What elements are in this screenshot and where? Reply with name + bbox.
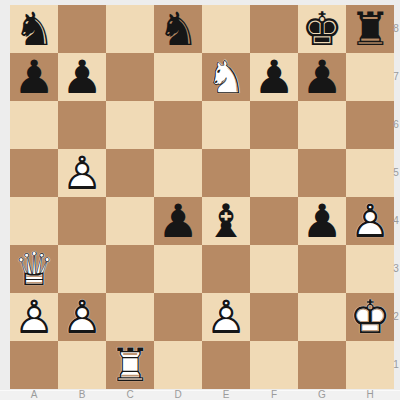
square-b4[interactable] [58, 197, 106, 245]
white-pawn-outline: ♙ [58, 293, 106, 341]
piece-black-bishop[interactable]: ♝ [202, 197, 250, 245]
square-h2[interactable]: ♚♔ [346, 293, 394, 341]
piece-black-pawn[interactable]: ♟ [154, 197, 202, 245]
piece-black-pawn[interactable]: ♟ [298, 53, 346, 101]
square-a7[interactable]: ♟ [10, 53, 58, 101]
square-f6[interactable] [250, 101, 298, 149]
square-f4[interactable] [250, 197, 298, 245]
piece-black-knight[interactable]: ♞ [154, 5, 202, 53]
white-pawn-outline: ♙ [58, 149, 106, 197]
black-pawn-glyph: ♟ [58, 53, 106, 101]
square-f2[interactable] [250, 293, 298, 341]
piece-black-pawn[interactable]: ♟ [298, 197, 346, 245]
piece-black-pawn[interactable]: ♟ [10, 53, 58, 101]
square-f1[interactable] [250, 341, 298, 389]
square-c8[interactable] [106, 5, 154, 53]
rank-label-2: 2 [392, 293, 400, 341]
square-h7[interactable] [346, 53, 394, 101]
square-h1[interactable] [346, 341, 394, 389]
square-e5[interactable] [202, 149, 250, 197]
piece-white-pawn[interactable]: ♟♙ [58, 293, 106, 341]
square-e6[interactable] [202, 101, 250, 149]
square-b8[interactable] [58, 5, 106, 53]
square-g2[interactable] [298, 293, 346, 341]
file-label-c: C [106, 388, 154, 400]
piece-white-knight[interactable]: ♞♘ [202, 53, 250, 101]
square-g6[interactable] [298, 101, 346, 149]
black-bishop-glyph: ♝ [202, 197, 250, 245]
chess-board: ♞♞♚♜♟♟♞♘♟♟♟♙♟♝♟♟♙♛♕♟♙♟♙♟♙♚♔♜♖ [10, 5, 394, 389]
black-pawn-glyph: ♟ [10, 53, 58, 101]
square-f5[interactable] [250, 149, 298, 197]
piece-white-queen[interactable]: ♛♕ [10, 245, 58, 293]
rank-label-7: 7 [392, 53, 400, 101]
piece-black-knight[interactable]: ♞ [10, 5, 58, 53]
square-h4[interactable]: ♟♙ [346, 197, 394, 245]
white-rook-outline: ♖ [106, 341, 154, 389]
square-d7[interactable] [154, 53, 202, 101]
square-h6[interactable] [346, 101, 394, 149]
square-c6[interactable] [106, 101, 154, 149]
square-g8[interactable]: ♚ [298, 5, 346, 53]
square-e1[interactable] [202, 341, 250, 389]
square-h8[interactable]: ♜ [346, 5, 394, 53]
piece-white-pawn[interactable]: ♟♙ [10, 293, 58, 341]
black-knight-glyph: ♞ [154, 5, 202, 53]
white-pawn-outline: ♙ [346, 197, 394, 245]
rank-labels: 87654321 [392, 5, 400, 389]
rank-label-1: 1 [392, 341, 400, 389]
black-pawn-glyph: ♟ [154, 197, 202, 245]
square-c1[interactable]: ♜♖ [106, 341, 154, 389]
square-g5[interactable] [298, 149, 346, 197]
rank-label-3: 3 [392, 245, 400, 293]
square-d6[interactable] [154, 101, 202, 149]
square-b5[interactable]: ♟♙ [58, 149, 106, 197]
square-b6[interactable] [58, 101, 106, 149]
file-label-d: D [154, 388, 202, 400]
square-f8[interactable] [250, 5, 298, 53]
piece-white-king[interactable]: ♚♔ [346, 293, 394, 341]
square-f7[interactable]: ♟ [250, 53, 298, 101]
square-g7[interactable]: ♟ [298, 53, 346, 101]
square-a5[interactable] [10, 149, 58, 197]
square-d3[interactable] [154, 245, 202, 293]
square-a3[interactable]: ♛♕ [10, 245, 58, 293]
square-h5[interactable] [346, 149, 394, 197]
file-labels: ABCDEFGH [10, 388, 394, 400]
square-c5[interactable] [106, 149, 154, 197]
square-b7[interactable]: ♟ [58, 53, 106, 101]
chess-board-panel: ♞♞♚♜♟♟♞♘♟♟♟♙♟♝♟♟♙♛♕♟♙♟♙♟♙♚♔♜♖ ABCDEFGH 8… [0, 0, 400, 400]
file-label-b: B [58, 388, 106, 400]
black-knight-glyph: ♞ [10, 5, 58, 53]
square-a6[interactable] [10, 101, 58, 149]
square-g1[interactable] [298, 341, 346, 389]
black-pawn-glyph: ♟ [298, 53, 346, 101]
rank-label-5: 5 [392, 149, 400, 197]
file-label-a: A [10, 388, 58, 400]
square-c7[interactable] [106, 53, 154, 101]
piece-white-pawn[interactable]: ♟♙ [58, 149, 106, 197]
file-label-h: H [346, 388, 394, 400]
black-king-glyph: ♚ [298, 5, 346, 53]
square-b2[interactable]: ♟♙ [58, 293, 106, 341]
square-a8[interactable]: ♞ [10, 5, 58, 53]
square-a1[interactable] [10, 341, 58, 389]
square-e7[interactable]: ♞♘ [202, 53, 250, 101]
square-b3[interactable] [58, 245, 106, 293]
square-c3[interactable] [106, 245, 154, 293]
square-c4[interactable] [106, 197, 154, 245]
rank-label-6: 6 [392, 101, 400, 149]
piece-black-pawn[interactable]: ♟ [250, 53, 298, 101]
piece-black-king[interactable]: ♚ [298, 5, 346, 53]
rank-label-4: 4 [392, 197, 400, 245]
square-d1[interactable] [154, 341, 202, 389]
square-f3[interactable] [250, 245, 298, 293]
square-h3[interactable] [346, 245, 394, 293]
square-a4[interactable] [10, 197, 58, 245]
square-e8[interactable] [202, 5, 250, 53]
square-e3[interactable] [202, 245, 250, 293]
file-label-e: E [202, 388, 250, 400]
white-pawn-outline: ♙ [10, 293, 58, 341]
piece-white-rook[interactable]: ♜♖ [106, 341, 154, 389]
white-knight-outline: ♘ [202, 53, 250, 101]
square-b1[interactable] [58, 341, 106, 389]
square-d2[interactable] [154, 293, 202, 341]
piece-white-pawn[interactable]: ♟♙ [202, 293, 250, 341]
square-d5[interactable] [154, 149, 202, 197]
square-d4[interactable]: ♟ [154, 197, 202, 245]
square-g3[interactable] [298, 245, 346, 293]
piece-black-rook[interactable]: ♜ [346, 5, 394, 53]
square-a2[interactable]: ♟♙ [10, 293, 58, 341]
black-pawn-glyph: ♟ [298, 197, 346, 245]
square-e2[interactable]: ♟♙ [202, 293, 250, 341]
square-d8[interactable]: ♞ [154, 5, 202, 53]
file-label-g: G [298, 388, 346, 400]
white-king-outline: ♔ [346, 293, 394, 341]
piece-black-pawn[interactable]: ♟ [58, 53, 106, 101]
black-pawn-glyph: ♟ [250, 53, 298, 101]
square-c2[interactable] [106, 293, 154, 341]
square-e4[interactable]: ♝ [202, 197, 250, 245]
rank-label-8: 8 [392, 5, 400, 53]
white-pawn-outline: ♙ [202, 293, 250, 341]
square-g4[interactable]: ♟ [298, 197, 346, 245]
piece-white-pawn[interactable]: ♟♙ [346, 197, 394, 245]
black-rook-glyph: ♜ [346, 5, 394, 53]
white-queen-outline: ♕ [10, 245, 58, 293]
file-label-f: F [250, 388, 298, 400]
